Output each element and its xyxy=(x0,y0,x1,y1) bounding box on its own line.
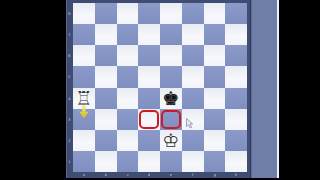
square-a3[interactable] xyxy=(73,109,95,130)
square-f6[interactable] xyxy=(182,45,204,66)
square-e6[interactable] xyxy=(160,45,182,66)
square-a1[interactable] xyxy=(73,151,95,172)
square-d3[interactable] xyxy=(138,109,160,130)
square-d6[interactable] xyxy=(138,45,160,66)
square-b2[interactable] xyxy=(95,130,117,151)
square-b5[interactable] xyxy=(95,66,117,87)
square-c3[interactable] xyxy=(117,109,139,130)
square-h2[interactable] xyxy=(225,130,247,151)
square-h3[interactable] xyxy=(225,109,247,130)
square-g2[interactable] xyxy=(204,130,226,151)
square-c4[interactable] xyxy=(117,88,139,109)
square-a2[interactable] xyxy=(73,130,95,151)
square-e7[interactable] xyxy=(160,24,182,45)
square-d8[interactable] xyxy=(138,3,160,24)
rank-label-3: 3 xyxy=(67,113,71,126)
square-f5[interactable] xyxy=(182,66,204,87)
square-e3[interactable] xyxy=(160,109,182,130)
square-f8[interactable] xyxy=(182,3,204,24)
letterbox-bar xyxy=(0,178,320,180)
square-g5[interactable] xyxy=(204,66,226,87)
rank-label-4: 4 xyxy=(67,92,71,105)
square-h1[interactable] xyxy=(225,151,247,172)
side-panel xyxy=(251,0,277,178)
file-label-a: a xyxy=(77,172,90,176)
file-label-b: b xyxy=(99,172,112,176)
square-a7[interactable] xyxy=(73,24,95,45)
mouse-cursor-icon xyxy=(186,118,194,129)
square-e1[interactable] xyxy=(160,151,182,172)
square-e5[interactable] xyxy=(160,66,182,87)
square-g7[interactable] xyxy=(204,24,226,45)
rank-label-7: 7 xyxy=(67,28,71,41)
rank-label-5: 5 xyxy=(67,71,71,84)
file-label-c: c xyxy=(121,172,134,176)
square-a5[interactable] xyxy=(73,66,95,87)
square-d7[interactable] xyxy=(138,24,160,45)
file-label-f: f xyxy=(186,172,199,176)
square-h5[interactable] xyxy=(225,66,247,87)
square-b6[interactable] xyxy=(95,45,117,66)
square-g3[interactable] xyxy=(204,109,226,130)
square-b7[interactable] xyxy=(95,24,117,45)
square-a8[interactable] xyxy=(73,3,95,24)
square-h6[interactable] xyxy=(225,45,247,66)
square-c6[interactable] xyxy=(117,45,139,66)
square-h4[interactable] xyxy=(225,88,247,109)
square-b3[interactable] xyxy=(95,109,117,130)
square-d5[interactable] xyxy=(138,66,160,87)
square-b8[interactable] xyxy=(95,3,117,24)
square-c1[interactable] xyxy=(117,151,139,172)
square-g6[interactable] xyxy=(204,45,226,66)
file-label-e: e xyxy=(164,172,177,176)
square-e4[interactable] xyxy=(160,88,182,109)
square-d1[interactable] xyxy=(138,151,160,172)
window-edge-line xyxy=(277,0,279,178)
file-label-d: d xyxy=(143,172,156,176)
square-f2[interactable] xyxy=(182,130,204,151)
rank-label-6: 6 xyxy=(67,49,71,62)
square-c5[interactable] xyxy=(117,66,139,87)
square-h7[interactable] xyxy=(225,24,247,45)
file-label-g: g xyxy=(208,172,221,176)
square-d4[interactable] xyxy=(138,88,160,109)
square-f7[interactable] xyxy=(182,24,204,45)
square-c7[interactable] xyxy=(117,24,139,45)
square-b1[interactable] xyxy=(95,151,117,172)
square-g4[interactable] xyxy=(204,88,226,109)
video-frame: 87654321 ♖♚♔ abcdefgh xyxy=(0,0,320,180)
square-c8[interactable] xyxy=(117,3,139,24)
file-labels: abcdefgh xyxy=(73,171,247,178)
square-f4[interactable] xyxy=(182,88,204,109)
rank-labels: 87654321 xyxy=(66,3,73,172)
file-label-h: h xyxy=(230,172,243,176)
rank-label-8: 8 xyxy=(67,7,71,20)
square-g1[interactable] xyxy=(204,151,226,172)
square-h8[interactable] xyxy=(225,3,247,24)
board xyxy=(73,3,247,172)
square-e2[interactable] xyxy=(160,130,182,151)
rank-label-2: 2 xyxy=(67,134,71,147)
square-d2[interactable] xyxy=(138,130,160,151)
rank-label-1: 1 xyxy=(67,155,71,168)
square-b4[interactable] xyxy=(95,88,117,109)
square-e8[interactable] xyxy=(160,3,182,24)
square-g8[interactable] xyxy=(204,3,226,24)
square-a6[interactable] xyxy=(73,45,95,66)
square-f1[interactable] xyxy=(182,151,204,172)
square-a4[interactable] xyxy=(73,88,95,109)
square-c2[interactable] xyxy=(117,130,139,151)
